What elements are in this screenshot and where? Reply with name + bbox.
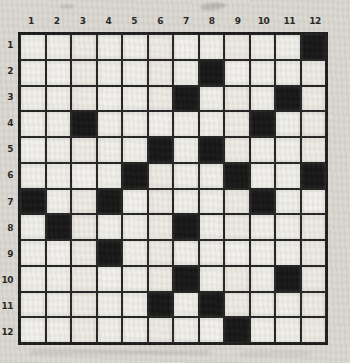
cell-r4c6[interactable] (148, 111, 174, 137)
cell-r12c5[interactable] (122, 317, 148, 343)
cell-r12c4[interactable] (97, 317, 123, 343)
cell-r3c8[interactable] (199, 86, 225, 112)
block-cell-r7c4 (97, 189, 123, 215)
block-cell-r4c10 (250, 111, 276, 137)
cell-r1c11[interactable] (275, 34, 301, 60)
block-cell-r6c12 (301, 163, 327, 189)
cell-r12c7[interactable] (173, 317, 199, 343)
cell-r9c12[interactable] (301, 240, 327, 266)
row-label-9: 9 (0, 241, 17, 267)
cell-r5c12[interactable] (301, 137, 327, 163)
row-label-10: 10 (0, 267, 17, 293)
row-labels: 123456789101112 (0, 32, 17, 345)
block-cell-r6c9 (224, 163, 250, 189)
cell-r4c7[interactable] (173, 111, 199, 137)
cell-r9c1[interactable] (20, 240, 46, 266)
block-cell-r11c8 (199, 292, 225, 318)
cell-r3c4[interactable] (97, 86, 123, 112)
cell-r4c2[interactable] (46, 111, 72, 137)
cell-r10c8[interactable] (199, 266, 225, 292)
block-cell-r12c9 (224, 317, 250, 343)
column-labels: 123456789101112 (18, 13, 328, 29)
cell-r3c12[interactable] (301, 86, 327, 112)
cell-r11c2[interactable] (46, 292, 72, 318)
cell-r4c5[interactable] (122, 111, 148, 137)
block-cell-r7c1 (20, 189, 46, 215)
cell-r3c1[interactable] (20, 86, 46, 112)
cell-r11c4[interactable] (97, 292, 123, 318)
cell-r5c2[interactable] (46, 137, 72, 163)
row-label-12: 12 (0, 319, 17, 345)
cell-r10c9[interactable] (224, 266, 250, 292)
cell-r11c3[interactable] (71, 292, 97, 318)
column-label-9: 9 (225, 13, 251, 29)
block-cell-r1c12 (301, 34, 327, 60)
cell-r10c1[interactable] (20, 266, 46, 292)
cell-r2c1[interactable] (20, 60, 46, 86)
cell-r7c2[interactable] (46, 189, 72, 215)
cell-r8c4[interactable] (97, 214, 123, 240)
column-label-7: 7 (173, 13, 199, 29)
cell-r2c2[interactable] (46, 60, 72, 86)
cell-r4c4[interactable] (97, 111, 123, 137)
block-cell-r5c6 (148, 137, 174, 163)
cell-r11c9[interactable] (224, 292, 250, 318)
cell-r2c6[interactable] (148, 60, 174, 86)
cell-r6c7[interactable] (173, 163, 199, 189)
cell-r9c7[interactable] (173, 240, 199, 266)
row-label-2: 2 (0, 58, 17, 84)
scan-smudge (200, 2, 227, 12)
row-label-3: 3 (0, 84, 17, 110)
cell-r11c1[interactable] (20, 292, 46, 318)
row-label-6: 6 (0, 162, 17, 188)
cell-r10c2[interactable] (46, 266, 72, 292)
block-cell-r7c10 (250, 189, 276, 215)
cell-r5c1[interactable] (20, 137, 46, 163)
cell-r8c10[interactable] (250, 214, 276, 240)
block-cell-r4c3 (71, 111, 97, 137)
cell-r9c2[interactable] (46, 240, 72, 266)
cell-r2c7[interactable] (173, 60, 199, 86)
block-cell-r9c4 (97, 240, 123, 266)
column-label-8: 8 (199, 13, 225, 29)
cell-r12c8[interactable] (199, 317, 225, 343)
cell-r1c3[interactable] (71, 34, 97, 60)
cell-r11c10[interactable] (250, 292, 276, 318)
cell-r8c8[interactable] (199, 214, 225, 240)
row-label-7: 7 (0, 189, 17, 215)
cell-r1c7[interactable] (173, 34, 199, 60)
cell-r5c11[interactable] (275, 137, 301, 163)
cell-r2c11[interactable] (275, 60, 301, 86)
cell-r9c8[interactable] (199, 240, 225, 266)
cell-r1c5[interactable] (122, 34, 148, 60)
cell-r7c11[interactable] (275, 189, 301, 215)
cell-r4c1[interactable] (20, 111, 46, 137)
column-label-3: 3 (70, 13, 96, 29)
cell-r7c12[interactable] (301, 189, 327, 215)
cell-r8c6[interactable] (148, 214, 174, 240)
cell-r4c11[interactable] (275, 111, 301, 137)
cell-r3c2[interactable] (46, 86, 72, 112)
cell-r6c3[interactable] (71, 163, 97, 189)
block-cell-r5c8 (199, 137, 225, 163)
cell-r6c4[interactable] (97, 163, 123, 189)
cell-r5c5[interactable] (122, 137, 148, 163)
cell-r3c9[interactable] (224, 86, 250, 112)
cell-r9c6[interactable] (148, 240, 174, 266)
cell-r2c9[interactable] (224, 60, 250, 86)
cell-r8c1[interactable] (20, 214, 46, 240)
cell-r5c7[interactable] (173, 137, 199, 163)
cell-r10c3[interactable] (71, 266, 97, 292)
cell-r7c9[interactable] (224, 189, 250, 215)
cell-r5c9[interactable] (224, 137, 250, 163)
cell-r1c4[interactable] (97, 34, 123, 60)
cell-r12c11[interactable] (275, 317, 301, 343)
cell-r11c11[interactable] (275, 292, 301, 318)
cell-r2c10[interactable] (250, 60, 276, 86)
cell-r6c10[interactable] (250, 163, 276, 189)
cell-r9c3[interactable] (71, 240, 97, 266)
cell-r4c8[interactable] (199, 111, 225, 137)
cell-r7c8[interactable] (199, 189, 225, 215)
cell-r12c6[interactable] (148, 317, 174, 343)
cell-r1c9[interactable] (224, 34, 250, 60)
cell-r8c5[interactable] (122, 214, 148, 240)
cell-r12c3[interactable] (71, 317, 97, 343)
row-label-8: 8 (0, 215, 17, 241)
cell-r3c6[interactable] (148, 86, 174, 112)
cell-r2c4[interactable] (97, 60, 123, 86)
column-label-12: 12 (302, 13, 328, 29)
column-label-4: 4 (96, 13, 122, 29)
cell-r5c4[interactable] (97, 137, 123, 163)
cell-r1c8[interactable] (199, 34, 225, 60)
cell-r1c2[interactable] (46, 34, 72, 60)
block-cell-r2c8 (199, 60, 225, 86)
cell-r1c10[interactable] (250, 34, 276, 60)
scan-smudge (240, 352, 310, 356)
cell-r3c3[interactable] (71, 86, 97, 112)
scan-smudge (30, 350, 210, 355)
cell-r12c1[interactable] (20, 317, 46, 343)
cell-r10c6[interactable] (148, 266, 174, 292)
cell-r6c11[interactable] (275, 163, 301, 189)
column-label-11: 11 (276, 13, 302, 29)
cell-r7c3[interactable] (71, 189, 97, 215)
cell-r11c5[interactable] (122, 292, 148, 318)
column-label-1: 1 (18, 13, 44, 29)
cell-r2c12[interactable] (301, 60, 327, 86)
cell-r7c5[interactable] (122, 189, 148, 215)
cell-r6c1[interactable] (20, 163, 46, 189)
block-cell-r11c6 (148, 292, 174, 318)
cell-r5c10[interactable] (250, 137, 276, 163)
block-cell-r8c2 (46, 214, 72, 240)
block-cell-r10c11 (275, 266, 301, 292)
cell-r3c5[interactable] (122, 86, 148, 112)
row-label-5: 5 (0, 136, 17, 162)
cell-r2c3[interactable] (71, 60, 97, 86)
cell-r10c12[interactable] (301, 266, 327, 292)
scan-smudge (60, 4, 74, 9)
cell-r10c4[interactable] (97, 266, 123, 292)
cell-r6c2[interactable] (46, 163, 72, 189)
column-label-5: 5 (121, 13, 147, 29)
cell-r4c9[interactable] (224, 111, 250, 137)
cell-r8c12[interactable] (301, 214, 327, 240)
row-label-1: 1 (0, 32, 17, 58)
block-cell-r8c7 (173, 214, 199, 240)
cell-r11c12[interactable] (301, 292, 327, 318)
cell-r7c7[interactable] (173, 189, 199, 215)
cell-r4c12[interactable] (301, 111, 327, 137)
cell-r8c9[interactable] (224, 214, 250, 240)
row-label-11: 11 (0, 293, 17, 319)
cell-r9c11[interactable] (275, 240, 301, 266)
cell-r8c3[interactable] (71, 214, 97, 240)
block-cell-r3c7 (173, 86, 199, 112)
block-cell-r3c11 (275, 86, 301, 112)
cell-r2c5[interactable] (122, 60, 148, 86)
cell-r12c10[interactable] (250, 317, 276, 343)
row-label-4: 4 (0, 110, 17, 136)
column-label-10: 10 (251, 13, 277, 29)
cell-r3c10[interactable] (250, 86, 276, 112)
block-cell-r6c5 (122, 163, 148, 189)
puzzle-grid (18, 32, 328, 345)
cell-r12c2[interactable] (46, 317, 72, 343)
cell-r9c9[interactable] (224, 240, 250, 266)
cell-r1c6[interactable] (148, 34, 174, 60)
cell-r6c8[interactable] (199, 163, 225, 189)
cell-r10c5[interactable] (122, 266, 148, 292)
cell-r6c6[interactable] (148, 163, 174, 189)
block-cell-r10c7 (173, 266, 199, 292)
cell-r5c3[interactable] (71, 137, 97, 163)
cell-r8c11[interactable] (275, 214, 301, 240)
column-label-6: 6 (147, 13, 173, 29)
cell-r10c10[interactable] (250, 266, 276, 292)
cell-r11c7[interactable] (173, 292, 199, 318)
cell-r1c1[interactable] (20, 34, 46, 60)
cell-r7c6[interactable] (148, 189, 174, 215)
column-label-2: 2 (44, 13, 70, 29)
cell-r9c5[interactable] (122, 240, 148, 266)
cell-r12c12[interactable] (301, 317, 327, 343)
cell-r9c10[interactable] (250, 240, 276, 266)
